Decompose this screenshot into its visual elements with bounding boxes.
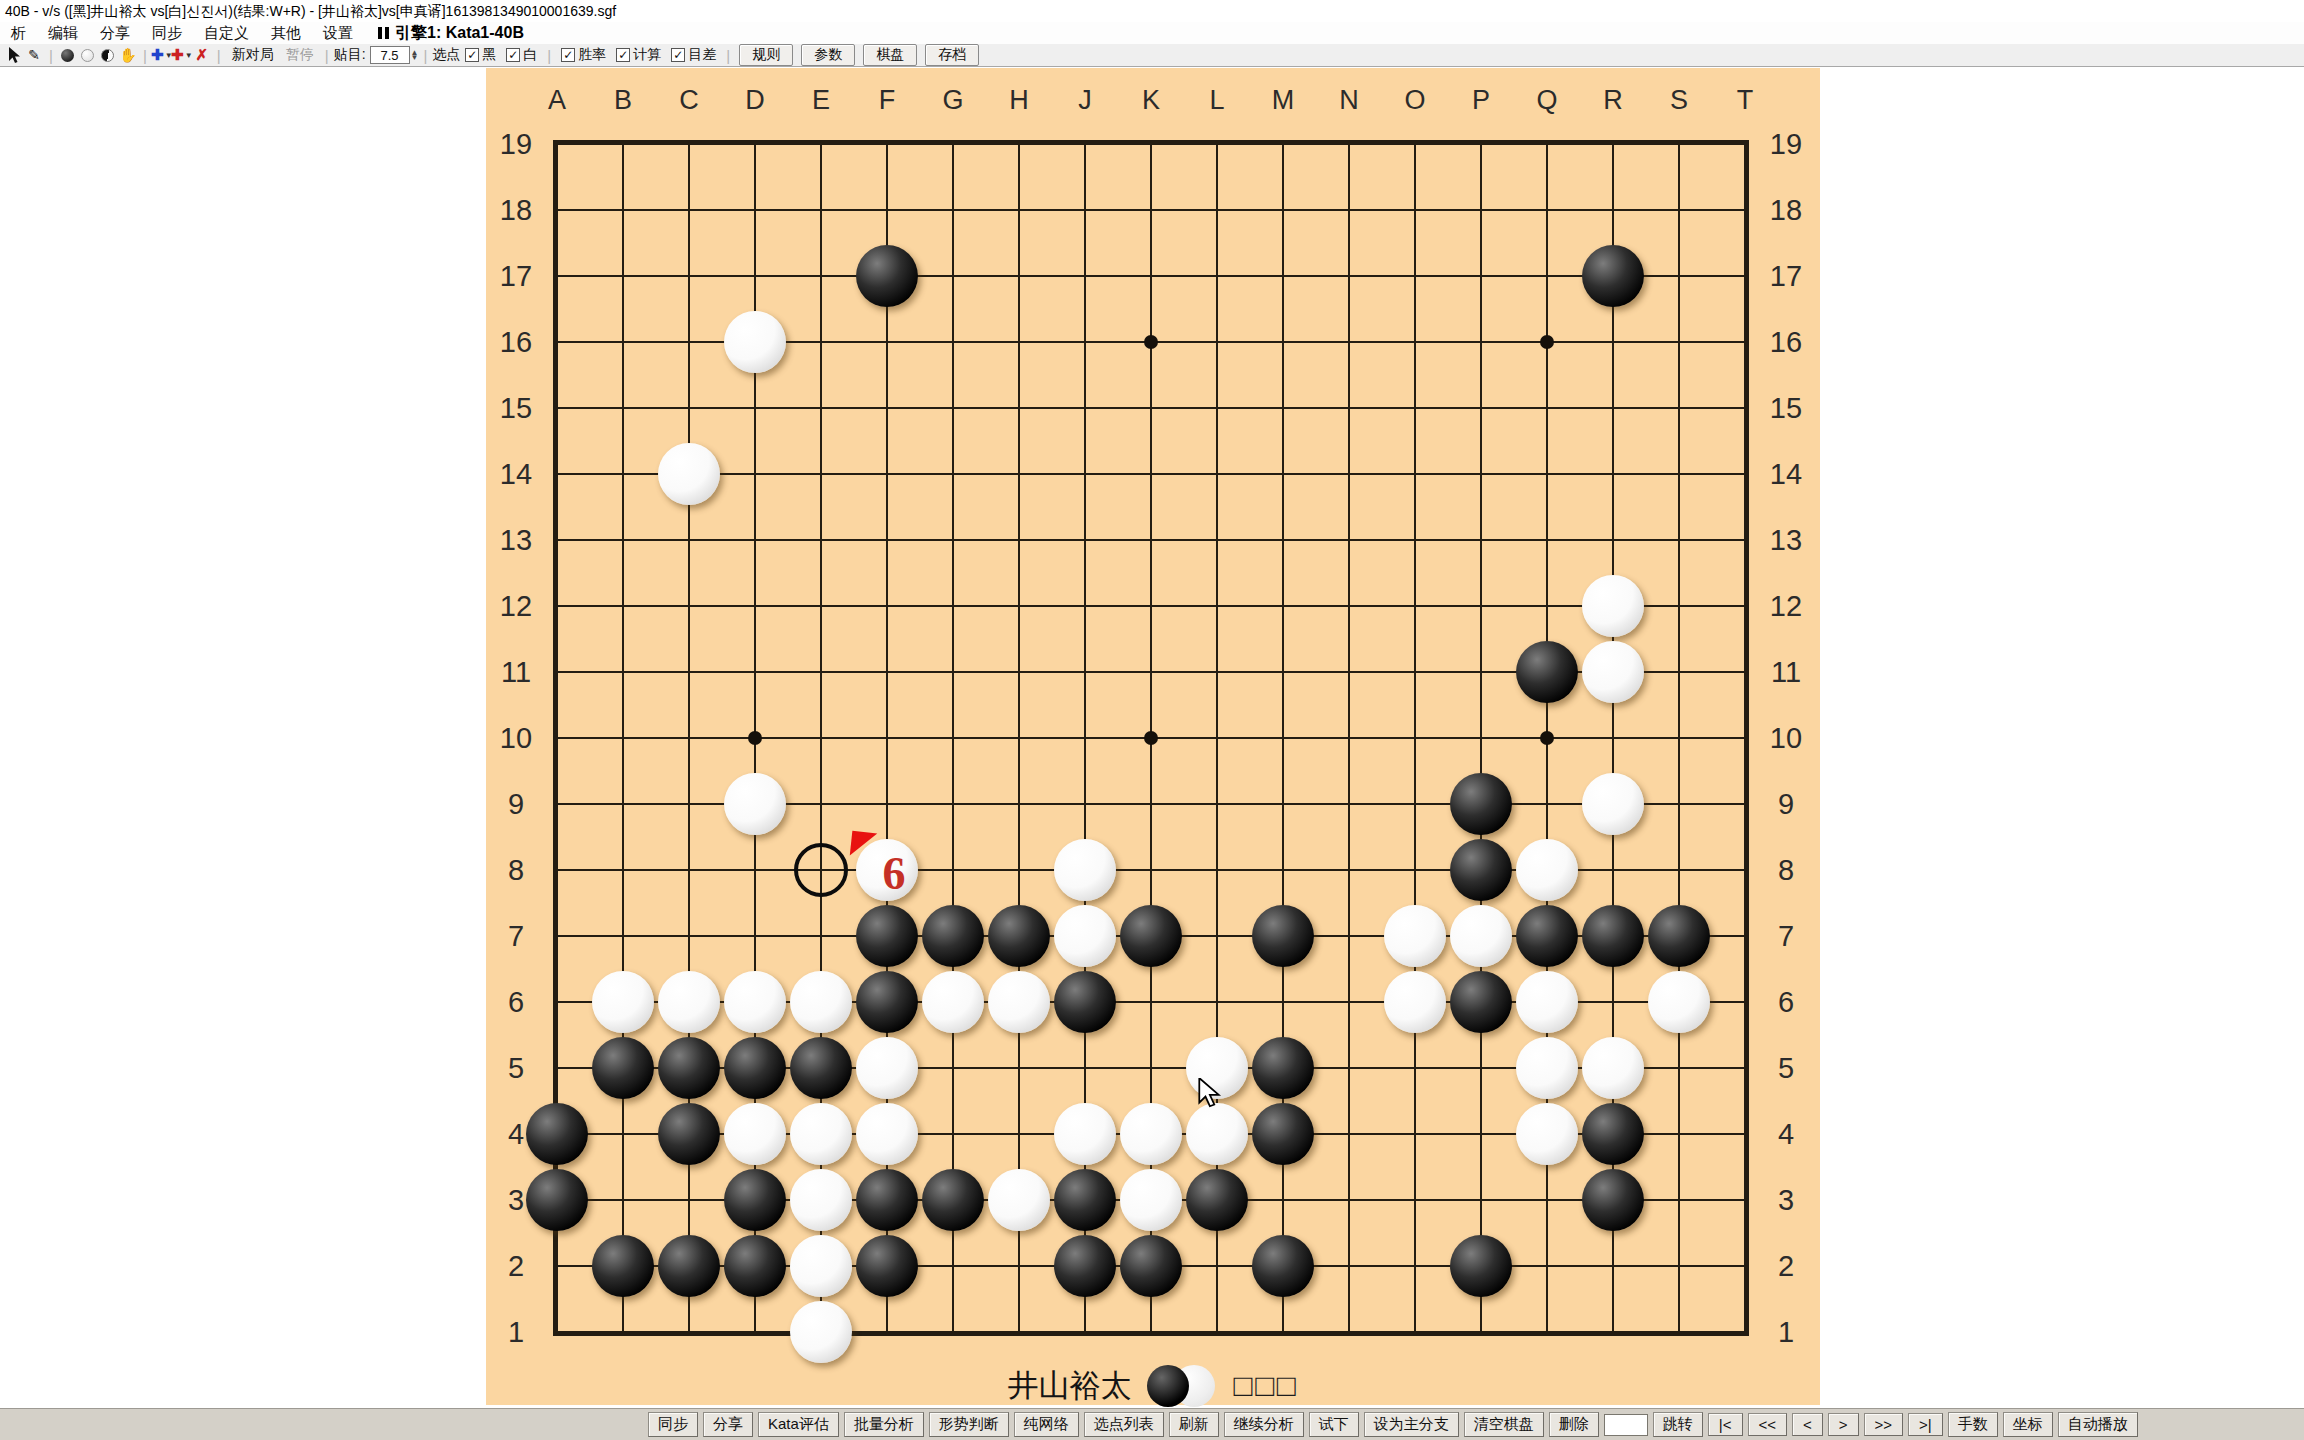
komi-spinner[interactable]: ▲▼: [411, 50, 419, 60]
stone-white-E3[interactable]: [790, 1169, 852, 1231]
stone-black-K2[interactable]: [1120, 1235, 1182, 1297]
menu-item[interactable]: 其他: [260, 22, 312, 44]
stone-white-F4[interactable]: [856, 1103, 918, 1165]
white-stone-icon[interactable]: [79, 46, 97, 64]
column-label: S: [1670, 85, 1688, 116]
hoshi-point: [748, 731, 762, 745]
stone-black-P9[interactable]: [1450, 773, 1512, 835]
stone-white-H6[interactable]: [988, 971, 1050, 1033]
stone-white-Q8[interactable]: [1516, 839, 1578, 901]
row-label-right: 8: [1778, 854, 1794, 887]
stone-white-Q5[interactable]: [1516, 1037, 1578, 1099]
stone-white-H3[interactable]: [988, 1169, 1050, 1231]
stone-white-C14[interactable]: [658, 443, 720, 505]
row-label-right: 10: [1770, 722, 1802, 755]
stone-black-M5[interactable]: [1252, 1037, 1314, 1099]
toolbar-button-规则[interactable]: 规则: [739, 44, 793, 66]
column-label: M: [1272, 85, 1295, 116]
stone-black-L3[interactable]: [1186, 1169, 1248, 1231]
status-bar: 同步分享Kata评估批量分析形势判断纯网络选点列表刷新继续分析试下设为主分支清空…: [0, 1408, 2304, 1440]
goban[interactable]: ABCDEFGHJKLMNOPQRST191918181717161615151…: [486, 68, 1820, 1405]
stone-white-S6[interactable]: [1648, 971, 1710, 1033]
menu-item[interactable]: 析: [0, 22, 37, 44]
row-label-left: 9: [508, 788, 524, 821]
row-label-left: 15: [500, 392, 532, 425]
stone-black-C5[interactable]: [658, 1037, 720, 1099]
checkbox-icon[interactable]: ✓: [506, 48, 520, 62]
nav-back10-button[interactable]: <<: [1748, 1413, 1788, 1436]
row-label-left: 12: [500, 590, 532, 623]
row-label-right: 18: [1770, 194, 1802, 227]
menu-bar: 析编辑分享同步自定义其他设置 引擎1: Kata1-40B: [0, 22, 2304, 44]
hoshi-point: [1144, 731, 1158, 745]
column-label: J: [1078, 85, 1092, 116]
move-number-label: 6: [883, 847, 906, 900]
column-label: R: [1603, 85, 1623, 116]
stone-black-F17[interactable]: [856, 245, 918, 307]
jump-button[interactable]: 跳转: [1653, 1412, 1703, 1437]
toolbar-checkboxes: ✓黑✓白|✓胜率✓计算✓目差: [460, 46, 721, 64]
column-label: K: [1142, 85, 1160, 116]
row-label-left: 18: [500, 194, 532, 227]
row-label-right: 15: [1770, 392, 1802, 425]
komi-input[interactable]: 7.5: [370, 46, 410, 64]
statusbar-button-删除[interactable]: 删除: [1549, 1412, 1599, 1437]
column-label: D: [745, 85, 765, 116]
blue-cross-icon[interactable]: ✚▼: [153, 46, 171, 64]
black-stone-icon[interactable]: [59, 46, 77, 64]
hoshi-point: [1540, 731, 1554, 745]
stone-white-D16[interactable]: [724, 311, 786, 373]
row-label-left: 3: [508, 1184, 524, 1217]
stone-white-E2[interactable]: [790, 1235, 852, 1297]
stone-black-F3[interactable]: [856, 1169, 918, 1231]
engine-pause-icon[interactable]: [378, 27, 389, 39]
column-label: L: [1209, 85, 1224, 116]
statusbar-button-分享[interactable]: 分享: [703, 1412, 753, 1437]
stone-white-Q6[interactable]: [1516, 971, 1578, 1033]
stone-white-D6[interactable]: [724, 971, 786, 1033]
stone-black-Q11[interactable]: [1516, 641, 1578, 703]
toolbar-separator: |: [547, 47, 551, 64]
stone-white-E6[interactable]: [790, 971, 852, 1033]
statusbar-button-纯网络[interactable]: 纯网络: [1014, 1412, 1079, 1437]
checkbox-计算[interactable]: ✓计算: [616, 46, 661, 64]
toolbar-separator: |: [217, 47, 221, 64]
column-label: F: [879, 85, 896, 116]
half-stone-icon[interactable]: [99, 46, 117, 64]
board-panel: ABCDEFGHJKLMNOPQRST191918181717161615151…: [486, 68, 1820, 1405]
column-label: Q: [1536, 85, 1557, 116]
row-label-left: 16: [500, 326, 532, 359]
menu-item[interactable]: 同步: [141, 22, 193, 44]
nav-back-button[interactable]: <: [1792, 1413, 1823, 1436]
red-x-icon[interactable]: ✗: [193, 46, 211, 64]
checkbox-icon[interactable]: ✓: [465, 48, 479, 62]
checkbox-label: 目差: [688, 46, 716, 64]
stone-black-E5[interactable]: [790, 1037, 852, 1099]
toolbar-separator: |: [423, 47, 427, 64]
stone-black-C4[interactable]: [658, 1103, 720, 1165]
new-game-button[interactable]: 新对局: [232, 46, 274, 64]
row-label-left: 8: [508, 854, 524, 887]
stone-black-R3[interactable]: [1582, 1169, 1644, 1231]
column-label: E: [812, 85, 830, 116]
stone-white-F5[interactable]: [856, 1037, 918, 1099]
menu-item[interactable]: 自定义: [193, 22, 260, 44]
column-label: N: [1339, 85, 1359, 116]
menu-item[interactable]: 设置: [312, 22, 364, 44]
statusbar-button-设为主分支[interactable]: 设为主分支: [1364, 1412, 1459, 1437]
menu-item[interactable]: 编辑: [37, 22, 89, 44]
stone-white-K4[interactable]: [1120, 1103, 1182, 1165]
stone-black-P8[interactable]: [1450, 839, 1512, 901]
candidates-label: 选点: [432, 46, 460, 64]
mouse-cursor-icon: [1196, 1078, 1222, 1108]
stone-white-P7[interactable]: [1450, 905, 1512, 967]
engine-status-label: 引擎1: Kata1-40B: [395, 22, 524, 44]
turn-indicator: [1147, 1365, 1217, 1407]
stone-white-E4[interactable]: [790, 1103, 852, 1165]
stone-black-H7[interactable]: [988, 905, 1050, 967]
toolbar-separator: |: [143, 47, 147, 64]
jump-move-input[interactable]: [1604, 1414, 1648, 1436]
stone-white-O7[interactable]: [1384, 905, 1446, 967]
row-label-left: 14: [500, 458, 532, 491]
nav-forward10-button[interactable]: >>: [1864, 1413, 1904, 1436]
stone-black-R7[interactable]: [1582, 905, 1644, 967]
stone-black-J3[interactable]: [1054, 1169, 1116, 1231]
row-label-left: 19: [500, 128, 532, 161]
toolbar-button-存档[interactable]: 存档: [925, 44, 979, 66]
stone-black-D3[interactable]: [724, 1169, 786, 1231]
stone-black-P6[interactable]: [1450, 971, 1512, 1033]
checkbox-白[interactable]: ✓白: [506, 46, 537, 64]
stone-black-R17[interactable]: [1582, 245, 1644, 307]
statusbar-button-Kata评估[interactable]: Kata评估: [758, 1412, 839, 1437]
checkbox-胜率[interactable]: ✓胜率: [561, 46, 606, 64]
black-player-name: 井山裕太: [1007, 1365, 1131, 1407]
column-label: T: [1737, 85, 1754, 116]
window-titlebar[interactable]: 40B - v/s ([黑]井山裕太 vs[白]신진서)(结果:W+R) - […: [0, 0, 2304, 22]
checkbox-label: 白: [523, 46, 537, 64]
stone-black-G3[interactable]: [922, 1169, 984, 1231]
player-bar: 井山裕太 □□□: [486, 1363, 1820, 1409]
toolbar-buttons: 规则参数棋盘存档: [735, 44, 983, 66]
statusbar-button-继续分析[interactable]: 继续分析: [1224, 1412, 1304, 1437]
stone-white-C6[interactable]: [658, 971, 720, 1033]
statusbar-button-批量分析[interactable]: 批量分析: [844, 1412, 924, 1437]
nav-last-button[interactable]: >|: [1908, 1413, 1943, 1436]
stone-black-M7[interactable]: [1252, 905, 1314, 967]
stone-white-R11[interactable]: [1582, 641, 1644, 703]
stone-white-B6[interactable]: [592, 971, 654, 1033]
stone-white-G6[interactable]: [922, 971, 984, 1033]
menu-items: 析编辑分享同步自定义其他设置: [0, 22, 364, 44]
column-label: C: [679, 85, 699, 116]
last-move-triangle-marker: [850, 831, 877, 858]
statusbar-button-自动播放[interactable]: 自动播放: [2058, 1412, 2138, 1437]
stone-black-F2[interactable]: [856, 1235, 918, 1297]
row-label-right: 7: [1778, 920, 1794, 953]
stone-black-D5[interactable]: [724, 1037, 786, 1099]
row-label-right: 11: [1771, 656, 1801, 689]
statusbar-button-同步[interactable]: 同步: [648, 1412, 698, 1437]
stone-white-J4[interactable]: [1054, 1103, 1116, 1165]
column-label: A: [548, 85, 566, 116]
stone-black-M4[interactable]: [1252, 1103, 1314, 1165]
stone-white-K3[interactable]: [1120, 1169, 1182, 1231]
row-label-left: 4: [508, 1118, 524, 1151]
stone-black-K7[interactable]: [1120, 905, 1182, 967]
row-label-left: 6: [508, 986, 524, 1019]
row-label-left: 5: [508, 1052, 524, 1085]
nav-forward-button[interactable]: >: [1828, 1413, 1859, 1436]
row-label-right: 6: [1778, 986, 1794, 1019]
stone-black-J6[interactable]: [1054, 971, 1116, 1033]
pause-button[interactable]: 暂停: [286, 46, 314, 64]
row-label-left: 7: [508, 920, 524, 953]
stone-white-R5[interactable]: [1582, 1037, 1644, 1099]
row-label-left: 1: [508, 1316, 524, 1349]
stone-black-F6[interactable]: [856, 971, 918, 1033]
row-label-right: 17: [1770, 260, 1802, 293]
stone-white-Q4[interactable]: [1516, 1103, 1578, 1165]
row-label-right: 3: [1778, 1184, 1794, 1217]
nav-first-button[interactable]: |<: [1708, 1413, 1743, 1436]
row-label-right: 16: [1770, 326, 1802, 359]
statusbar-button-刷新[interactable]: 刷新: [1169, 1412, 1219, 1437]
stone-black-D2[interactable]: [724, 1235, 786, 1297]
row-label-left: 2: [508, 1250, 524, 1283]
column-label: P: [1472, 85, 1490, 116]
row-label-right: 4: [1778, 1118, 1794, 1151]
checkbox-label: 胜率: [578, 46, 606, 64]
menu-item[interactable]: 分享: [89, 22, 141, 44]
red-cross-icon[interactable]: ✚▼: [173, 46, 191, 64]
row-label-left: 10: [500, 722, 532, 755]
stone-black-P2[interactable]: [1450, 1235, 1512, 1297]
statusbar-button-清空棋盘[interactable]: 清空棋盘: [1464, 1412, 1544, 1437]
stone-white-D4[interactable]: [724, 1103, 786, 1165]
row-label-right: 5: [1778, 1052, 1794, 1085]
toolbar-separator: |: [726, 47, 730, 64]
stone-white-O6[interactable]: [1384, 971, 1446, 1033]
hoshi-point: [1144, 335, 1158, 349]
checkbox-icon[interactable]: ✓: [561, 48, 575, 62]
stone-white-R9[interactable]: [1582, 773, 1644, 835]
checkbox-目差[interactable]: ✓目差: [671, 46, 716, 64]
hand-icon[interactable]: ✋: [119, 46, 137, 64]
row-label-left: 17: [500, 260, 532, 293]
stone-black-B5[interactable]: [592, 1037, 654, 1099]
row-label-left: 11: [501, 656, 531, 689]
row-label-right: 14: [1770, 458, 1802, 491]
toolbar-separator: |: [325, 47, 329, 64]
row-label-right: 2: [1778, 1250, 1794, 1283]
stone-white-J7[interactable]: [1054, 905, 1116, 967]
row-label-right: 13: [1770, 524, 1802, 557]
stone-white-J8[interactable]: [1054, 839, 1116, 901]
row-label-right: 19: [1770, 128, 1802, 161]
stone-black-F7[interactable]: [856, 905, 918, 967]
column-label: H: [1009, 85, 1029, 116]
row-label-right: 12: [1770, 590, 1802, 623]
stone-black-M2[interactable]: [1252, 1235, 1314, 1297]
stone-white-R12[interactable]: [1582, 575, 1644, 637]
statusbar-button-手数[interactable]: 手数: [1948, 1412, 1998, 1437]
row-label-right: 1: [1778, 1316, 1794, 1349]
pointer-icon[interactable]: [5, 46, 23, 64]
stone-black-C2[interactable]: [658, 1235, 720, 1297]
stone-black-J2[interactable]: [1054, 1235, 1116, 1297]
statusbar-button-坐标[interactable]: 坐标: [2003, 1412, 2053, 1437]
pencil-icon[interactable]: ✎: [25, 46, 43, 64]
statusbar-button-选点列表[interactable]: 选点列表: [1084, 1412, 1164, 1437]
hoshi-point: [1540, 335, 1554, 349]
stone-white-L4[interactable]: [1186, 1103, 1248, 1165]
stone-black-R4[interactable]: [1582, 1103, 1644, 1165]
row-label-right: 9: [1778, 788, 1794, 821]
stone-black-B2[interactable]: [592, 1235, 654, 1297]
stone-white-E1[interactable]: [790, 1301, 852, 1363]
column-label: B: [614, 85, 632, 116]
white-player-name: □□□: [1233, 1368, 1298, 1404]
circle-marker[interactable]: [794, 843, 848, 897]
column-label: O: [1404, 85, 1425, 116]
checkbox-黑[interactable]: ✓黑: [465, 46, 496, 64]
checkbox-icon[interactable]: ✓: [616, 48, 630, 62]
checkbox-label: 黑: [482, 46, 496, 64]
stone-black-G7[interactable]: [922, 905, 984, 967]
stone-white-D9[interactable]: [724, 773, 786, 835]
stone-black-Q7[interactable]: [1516, 905, 1578, 967]
toolbar: ✎ | ✋ | ✚▼ ✚▼ ✗ | 新对局 暂停 | 贴目: 7.5 ▲▼ | …: [0, 44, 2304, 67]
checkbox-label: 计算: [633, 46, 661, 64]
stone-black-S7[interactable]: [1648, 905, 1710, 967]
stone-black-A3[interactable]: [526, 1169, 588, 1231]
komi-label: 贴目:: [334, 46, 366, 64]
toolbar-separator: |: [49, 47, 53, 64]
row-label-left: 13: [500, 524, 532, 557]
statusbar-button-试下[interactable]: 试下: [1309, 1412, 1359, 1437]
toolbar-button-参数[interactable]: 参数: [801, 44, 855, 66]
column-label: G: [942, 85, 963, 116]
statusbar-button-形势判断[interactable]: 形势判断: [929, 1412, 1009, 1437]
stone-black-A4[interactable]: [526, 1103, 588, 1165]
checkbox-icon[interactable]: ✓: [671, 48, 685, 62]
window-title: 40B - v/s ([黑]井山裕太 vs[白]신진서)(结果:W+R) - […: [5, 3, 616, 19]
toolbar-button-棋盘[interactable]: 棋盘: [863, 44, 917, 66]
